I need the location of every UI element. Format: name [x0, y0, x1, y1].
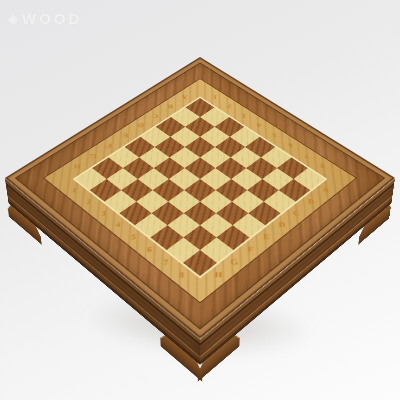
coordinate-label: 2: [77, 194, 101, 208]
board-square: [264, 190, 296, 213]
coordinate-label: 1: [62, 183, 86, 197]
coordinate-label: 7: [153, 254, 177, 270]
board-square: [121, 179, 153, 202]
chess-case: 12345678 12345678 ABCDEFGH ABCDEFGH: [5, 57, 395, 339]
board-square: [136, 190, 168, 213]
board-square: [200, 237, 233, 262]
board-square: [183, 225, 216, 250]
bracket-foot-west: [7, 202, 42, 245]
board-square: [216, 179, 248, 202]
coords-right: ABCDEFGH: [202, 180, 340, 288]
board-square: [216, 202, 248, 226]
case-lid: 12345678 12345678 ABCDEFGH ABCDEFGH: [5, 57, 395, 339]
board-square: [104, 190, 136, 213]
board-square: [167, 237, 200, 262]
board-square: [247, 179, 279, 202]
board-square: [184, 202, 216, 226]
board-square: [200, 190, 232, 213]
checkerboard: [75, 98, 324, 276]
board-square: [233, 213, 266, 237]
board-square: [184, 179, 216, 202]
board-square: [183, 250, 217, 276]
board-square: [167, 213, 200, 237]
board-square: [279, 179, 311, 202]
board-square: [135, 213, 168, 237]
coordinate-label: C: [286, 204, 307, 221]
board-square: [150, 225, 183, 250]
bracket-foot-south-right: [198, 331, 240, 382]
coordinate-label: 8: [170, 267, 194, 283]
coordinate-label: E: [256, 228, 277, 245]
walnut-frame: 12345678 12345678 ABCDEFGH ABCDEFGH: [15, 62, 386, 329]
coordinate-label: 6: [137, 241, 161, 256]
coordinate-label: B: [301, 193, 322, 209]
board-square: [119, 202, 151, 226]
board-square: [248, 202, 280, 226]
bracket-foot-south: [160, 331, 202, 382]
board-square: [232, 190, 264, 213]
board-square: [217, 225, 250, 250]
board-square: [153, 179, 185, 202]
coordinate-label: D: [271, 216, 292, 233]
coordinate-label: F: [240, 240, 261, 258]
checkerboard-border: [73, 96, 328, 278]
photo-background: ◈ WOOD 12345678 12345678 ABCDEFGH ABCDEF…: [0, 0, 400, 400]
board-square: [200, 213, 233, 237]
coords-bottom: 12345678: [60, 180, 198, 288]
scene: 12345678 12345678 ABCDEFGH ABCDEFGH: [0, 0, 400, 400]
board-square: [168, 190, 200, 213]
coordinate-label: H: [208, 265, 229, 284]
coordinate-label: A: [315, 182, 336, 198]
board-square: [152, 202, 184, 226]
board-square: [90, 179, 122, 202]
coordinate-label: 4: [106, 217, 130, 232]
coordinate-label: G: [224, 253, 245, 271]
bracket-foot-east: [358, 202, 393, 245]
coordinate-label: 5: [121, 229, 145, 244]
coordinate-label: 3: [91, 206, 115, 220]
